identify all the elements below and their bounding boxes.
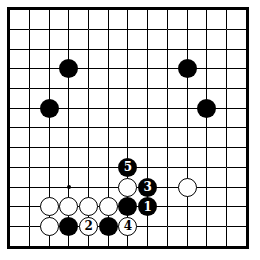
move-number: 3 <box>143 181 151 193</box>
stone-black-L8 <box>197 99 216 118</box>
move-number: 4 <box>124 220 132 232</box>
stone-black-C8 <box>40 99 59 118</box>
stone-white-C3 <box>40 197 59 216</box>
intersection-C2 <box>39 217 59 237</box>
stone-black-K10 <box>178 59 197 78</box>
stone-white-C2 <box>40 217 59 236</box>
stone-white-E2: 2 <box>79 217 98 236</box>
stone-white-G4 <box>118 178 137 197</box>
move-number: 5 <box>124 161 132 173</box>
stone-white-F3 <box>99 197 118 216</box>
stone-black-H4: 3 <box>138 178 157 197</box>
go-diagram: 53124 <box>0 0 260 260</box>
move-number: 2 <box>84 220 92 232</box>
stone-black-F2 <box>99 217 118 236</box>
move-number: 1 <box>143 200 151 212</box>
intersection-K4 <box>177 177 197 197</box>
intersection-C8 <box>39 98 59 118</box>
star-point-D4 <box>67 185 71 189</box>
stone-white-K4 <box>178 178 197 197</box>
